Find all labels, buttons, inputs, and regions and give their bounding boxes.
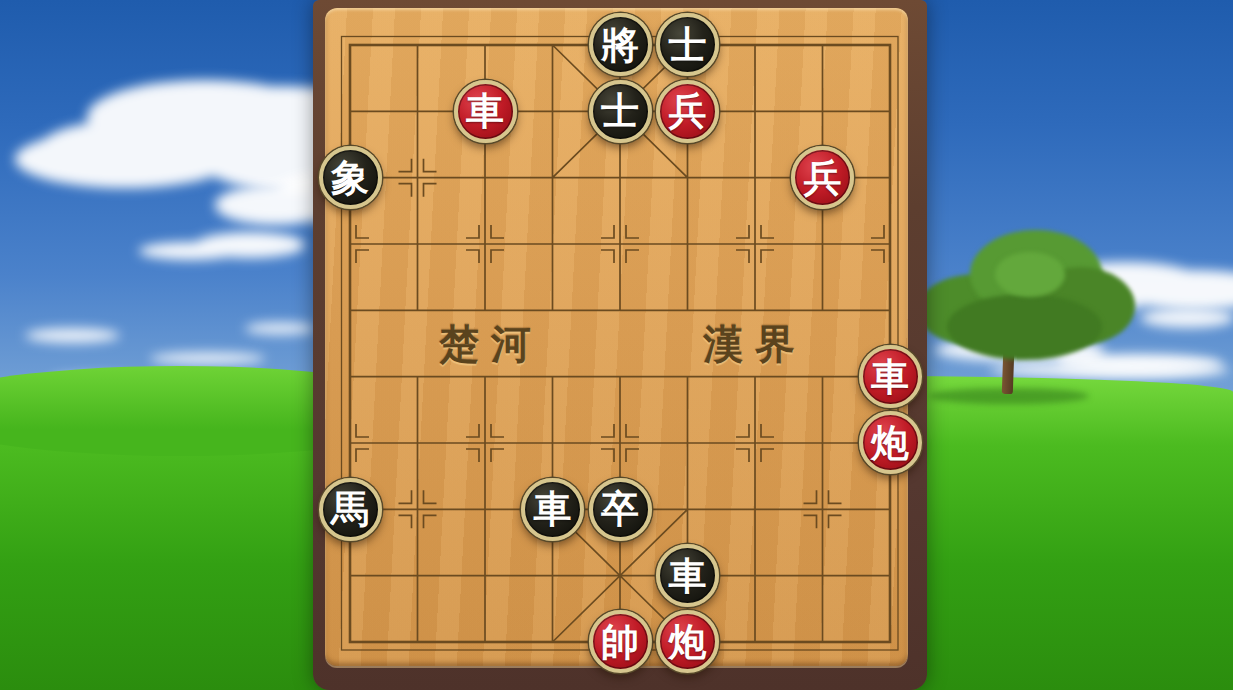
piece-red-cannon[interactable]: 炮 (656, 610, 719, 673)
piece-black-elephant[interactable]: 象 (319, 146, 382, 209)
piece-black-chariot[interactable]: 車 (656, 544, 719, 607)
cloud (245, 322, 315, 335)
piece-red-cannon[interactable]: 炮 (859, 411, 922, 474)
piece-black-horse[interactable]: 馬 (319, 478, 382, 541)
piece-red-soldier[interactable]: 兵 (656, 80, 719, 143)
tree (915, 222, 1150, 407)
cloud (25, 328, 120, 343)
piece-black-chariot[interactable]: 車 (521, 478, 584, 541)
cloud (150, 352, 265, 365)
tree-canopy (947, 294, 1102, 360)
piece-red-chariot[interactable]: 車 (859, 345, 922, 408)
piece-red-soldier[interactable]: 兵 (791, 146, 854, 209)
tree-canopy (995, 252, 1065, 297)
cloud (195, 232, 305, 258)
piece-red-general[interactable]: 帥 (589, 610, 652, 673)
board-frame: 楚河 漢界 將士車士兵象兵車炮馬車卒車帥炮 (313, 0, 927, 690)
cloud (40, 118, 260, 176)
piece-black-advisor[interactable]: 士 (589, 80, 652, 143)
piece-black-advisor[interactable]: 士 (656, 13, 719, 76)
xiangqi-game-scene: 楚河 漢界 將士車士兵象兵車炮馬車卒車帥炮 (0, 0, 1233, 690)
piece-black-soldier[interactable]: 卒 (589, 478, 652, 541)
piece-black-general[interactable]: 將 (589, 13, 652, 76)
cloud (1140, 308, 1233, 328)
pieces-grid: 將士車士兵象兵車炮馬車卒車帥炮 (316, 12, 924, 675)
piece-red-chariot[interactable]: 車 (454, 80, 517, 143)
